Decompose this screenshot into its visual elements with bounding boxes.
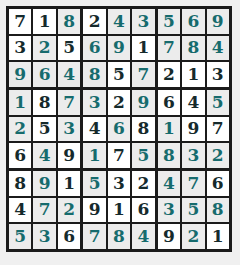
cell-r1c5[interactable]: 4: [108, 9, 130, 34]
cell-r4c4[interactable]: 3: [83, 90, 105, 115]
cell-r9c2[interactable]: 3: [33, 224, 55, 249]
cell-r6c8[interactable]: 3: [182, 143, 204, 168]
cell-r4c6[interactable]: 9: [132, 90, 154, 115]
cell-r3c4[interactable]: 8: [83, 62, 105, 87]
cell-r1c7[interactable]: 5: [158, 9, 180, 34]
cell-r1c2[interactable]: 1: [33, 9, 55, 34]
sudoku-box-4: 187253649: [9, 90, 80, 168]
sudoku-box-3: 569784213: [158, 9, 229, 87]
cell-r7c1[interactable]: 8: [9, 171, 31, 196]
cell-r6c6[interactable]: 5: [132, 143, 154, 168]
cell-r3c6[interactable]: 7: [132, 62, 154, 87]
cell-r3c3[interactable]: 4: [58, 62, 80, 87]
sudoku-box-1: 718325964: [9, 9, 80, 87]
cell-r4c2[interactable]: 8: [33, 90, 55, 115]
cell-r9c1[interactable]: 5: [9, 224, 31, 249]
cell-r6c3[interactable]: 9: [58, 143, 80, 168]
cell-r5c4[interactable]: 4: [83, 117, 105, 142]
cell-r1c8[interactable]: 6: [182, 9, 204, 34]
cell-r9c8[interactable]: 2: [182, 224, 204, 249]
cell-r5c7[interactable]: 1: [158, 117, 180, 142]
cell-r5c1[interactable]: 2: [9, 117, 31, 142]
cell-r7c4[interactable]: 5: [83, 171, 105, 196]
sudoku-box-7: 891472536: [9, 171, 80, 249]
cell-r8c3[interactable]: 2: [58, 198, 80, 223]
cell-r9c6[interactable]: 4: [132, 224, 154, 249]
cell-r8c8[interactable]: 5: [182, 198, 204, 223]
cell-r1c3[interactable]: 8: [58, 9, 80, 34]
cell-r2c1[interactable]: 3: [9, 36, 31, 61]
cell-r9c4[interactable]: 7: [83, 224, 105, 249]
cell-r9c5[interactable]: 8: [108, 224, 130, 249]
cell-r1c4[interactable]: 2: [83, 9, 105, 34]
cell-r5c2[interactable]: 5: [33, 117, 55, 142]
cell-r2c6[interactable]: 1: [132, 36, 154, 61]
cell-r3c8[interactable]: 1: [182, 62, 204, 87]
cell-r7c5[interactable]: 3: [108, 171, 130, 196]
cell-r8c7[interactable]: 3: [158, 198, 180, 223]
sudoku-box-2: 243691857: [83, 9, 154, 87]
cell-r9c7[interactable]: 9: [158, 224, 180, 249]
sudoku-board: 7183259642436918575697842131872536493294…: [6, 6, 232, 252]
cell-r7c3[interactable]: 1: [58, 171, 80, 196]
cell-r4c7[interactable]: 6: [158, 90, 180, 115]
cell-r2c3[interactable]: 5: [58, 36, 80, 61]
cell-r6c5[interactable]: 7: [108, 143, 130, 168]
cell-r6c2[interactable]: 4: [33, 143, 55, 168]
cell-r4c9[interactable]: 5: [207, 90, 229, 115]
cell-r3c2[interactable]: 6: [33, 62, 55, 87]
cell-r9c3[interactable]: 6: [58, 224, 80, 249]
cell-r8c9[interactable]: 8: [207, 198, 229, 223]
cell-r5c5[interactable]: 6: [108, 117, 130, 142]
cell-r2c5[interactable]: 9: [108, 36, 130, 61]
cell-r4c3[interactable]: 7: [58, 90, 80, 115]
cell-r7c6[interactable]: 2: [132, 171, 154, 196]
cell-r2c4[interactable]: 6: [83, 36, 105, 61]
cell-r3c1[interactable]: 9: [9, 62, 31, 87]
cell-r1c6[interactable]: 3: [132, 9, 154, 34]
cell-r9c9[interactable]: 1: [207, 224, 229, 249]
cell-r8c5[interactable]: 1: [108, 198, 130, 223]
sudoku-box-6: 645197832: [158, 90, 229, 168]
sudoku-box-8: 532916784: [83, 171, 154, 249]
cell-r8c6[interactable]: 6: [132, 198, 154, 223]
cell-r2c2[interactable]: 2: [33, 36, 55, 61]
cell-r2c9[interactable]: 4: [207, 36, 229, 61]
cell-r6c7[interactable]: 8: [158, 143, 180, 168]
cell-r3c9[interactable]: 3: [207, 62, 229, 87]
cell-r1c9[interactable]: 9: [207, 9, 229, 34]
cell-r8c2[interactable]: 7: [33, 198, 55, 223]
cell-r7c8[interactable]: 7: [182, 171, 204, 196]
cell-r2c7[interactable]: 7: [158, 36, 180, 61]
cell-r7c2[interactable]: 9: [33, 171, 55, 196]
sudoku-box-5: 329468175: [83, 90, 154, 168]
cell-r7c7[interactable]: 4: [158, 171, 180, 196]
cell-r4c5[interactable]: 2: [108, 90, 130, 115]
cell-r3c5[interactable]: 5: [108, 62, 130, 87]
cell-r5c6[interactable]: 8: [132, 117, 154, 142]
cell-r5c8[interactable]: 9: [182, 117, 204, 142]
cell-r5c3[interactable]: 3: [58, 117, 80, 142]
cell-r5c9[interactable]: 7: [207, 117, 229, 142]
cell-r1c1[interactable]: 7: [9, 9, 31, 34]
cell-r8c4[interactable]: 9: [83, 198, 105, 223]
sudoku-box-9: 476358921: [158, 171, 229, 249]
cell-r3c7[interactable]: 2: [158, 62, 180, 87]
cell-r6c4[interactable]: 1: [83, 143, 105, 168]
cell-r4c1[interactable]: 1: [9, 90, 31, 115]
cell-r7c9[interactable]: 6: [207, 171, 229, 196]
cell-r8c1[interactable]: 4: [9, 198, 31, 223]
cell-r4c8[interactable]: 4: [182, 90, 204, 115]
cell-r2c8[interactable]: 8: [182, 36, 204, 61]
cell-r6c1[interactable]: 6: [9, 143, 31, 168]
cell-r6c9[interactable]: 2: [207, 143, 229, 168]
